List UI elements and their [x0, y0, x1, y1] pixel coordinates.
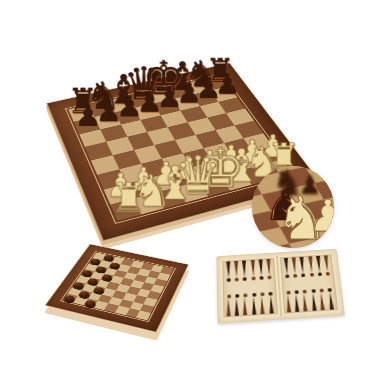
backgammon-point-tip-dot: [252, 293, 256, 297]
backgammon-point-tip-dot: [269, 292, 273, 296]
checkers-pieces: [45, 244, 189, 333]
backgammon-point-tip-dot: [260, 292, 264, 296]
checkers-dark-man: [71, 282, 84, 290]
backgammon-point: [326, 287, 336, 310]
backgammon-point: [290, 257, 299, 279]
backgammon-point-triangle: [234, 261, 239, 278]
backgammon-point-triangle: [226, 298, 231, 316]
backgammon-point-tip-dot: [260, 276, 264, 280]
checkers-dark-man: [62, 294, 76, 302]
backgammon-point-triangle: [260, 296, 265, 314]
backgammon-point-triangle: [250, 260, 255, 277]
backgammon-left-half: [222, 258, 278, 318]
backgammon-point-tip-dot: [226, 278, 230, 282]
checkers-dark-man: [94, 266, 107, 273]
backgammon-point: [250, 292, 258, 315]
backgammon-point-tip-dot: [320, 289, 324, 293]
backgammon-point-triangle: [316, 256, 322, 273]
checkers-dark-man: [108, 262, 120, 269]
backgammon-point-tip-dot: [235, 294, 239, 298]
backgammon-point-triangle: [302, 293, 308, 311]
backgammon-point: [284, 290, 293, 313]
backgammon-point-triangle: [324, 255, 330, 272]
backgammon-point: [225, 293, 233, 316]
backgammon-point-tip-dot: [310, 273, 314, 277]
backgammon-point-tip-dot: [294, 290, 298, 294]
backgammon-board: [216, 249, 345, 324]
backgammon-point-triangle: [300, 257, 305, 274]
backgammon-point-tip-dot: [235, 278, 239, 282]
backgammon-point-tip-dot: [268, 276, 272, 280]
backgammon-point: [265, 259, 273, 281]
backgammon-point-triangle: [328, 292, 334, 310]
white-rook: ♜: [110, 178, 146, 218]
checkers-board-scene: [38, 228, 213, 346]
backgammon-point-triangle: [283, 258, 288, 275]
product-photo: ♜♞♝♛♚♝♞♜♟♟♟♟♟♟♟♟♟♟♟♟♟♟♟♟♜♞♝♛♚♝♞♜ ♞♟♞♞♟: [0, 0, 375, 375]
backgammon-point: [267, 291, 276, 314]
backgammon-point-triangle: [292, 257, 297, 274]
checkers-dark-man: [83, 299, 97, 308]
backgammon-point-tip-dot: [285, 274, 289, 278]
checkers-dark-man: [80, 269, 93, 276]
backgammon-point-triangle: [226, 261, 230, 278]
checkers-board: [45, 244, 189, 333]
backgammon-points-row: [224, 259, 273, 283]
backgammon-points-row: [225, 291, 276, 317]
backgammon-point-triangle: [294, 294, 300, 312]
backgammon-board-scene: [213, 244, 358, 339]
checkers-dark-man: [92, 286, 105, 294]
backgammon-point-triangle: [268, 296, 273, 314]
backgammon-point-tip-dot: [286, 291, 290, 295]
detail-inset-circle: ♞♟♞♞♟: [252, 166, 334, 248]
backgammon-point-tip-dot: [244, 293, 248, 297]
backgammon-point-tip-dot: [311, 289, 315, 293]
black-pawn: ♟: [75, 101, 102, 131]
backgammon-point-triangle: [234, 298, 239, 316]
backgammon-point-tip-dot: [227, 294, 231, 298]
backgammon-point-tip-dot: [251, 277, 255, 281]
checkers-dark-man: [89, 258, 101, 265]
backgammon-point-triangle: [308, 256, 314, 273]
backgammon-point: [242, 292, 250, 315]
backgammon-points-row: [282, 255, 332, 279]
backgammon-point-triangle: [242, 260, 247, 277]
backgammon-point: [259, 291, 267, 314]
checkers-dark-man: [77, 290, 90, 298]
backgammon-point-triangle: [267, 259, 272, 276]
backgammon-right-half: [280, 254, 338, 313]
backgammon-point-tip-dot: [301, 273, 305, 277]
backgammon-point-tip-dot: [326, 272, 330, 276]
backgammon-point: [234, 293, 242, 316]
backgammon-points-row: [284, 287, 336, 313]
backgammon-point: [224, 261, 231, 283]
backgammon-point-triangle: [259, 259, 264, 276]
backgammon-point-triangle: [243, 297, 248, 315]
backgammon-point-tip-dot: [303, 290, 307, 294]
backgammon-point-tip-dot: [293, 274, 297, 278]
backgammon-point: [233, 261, 241, 283]
backgammon-point: [293, 289, 302, 312]
backgammon-point-triangle: [285, 294, 290, 312]
backgammon-point-tip-dot: [318, 272, 322, 276]
backgammon-point: [282, 258, 291, 280]
checkers-dark-man: [102, 254, 114, 261]
backgammon-point: [241, 260, 249, 282]
checkers-dark-man: [86, 278, 99, 286]
backgammon-point: [323, 255, 332, 276]
backgammon-point: [257, 259, 265, 281]
backgammon-point: [249, 260, 257, 282]
backgammon-point-triangle: [319, 292, 325, 310]
backgammon-point-triangle: [311, 293, 317, 311]
backgammon-point-tip-dot: [243, 277, 247, 281]
backgammon-point-tip-dot: [328, 288, 332, 292]
checkers-dark-man: [100, 274, 113, 282]
backgammon-point-triangle: [251, 297, 256, 315]
